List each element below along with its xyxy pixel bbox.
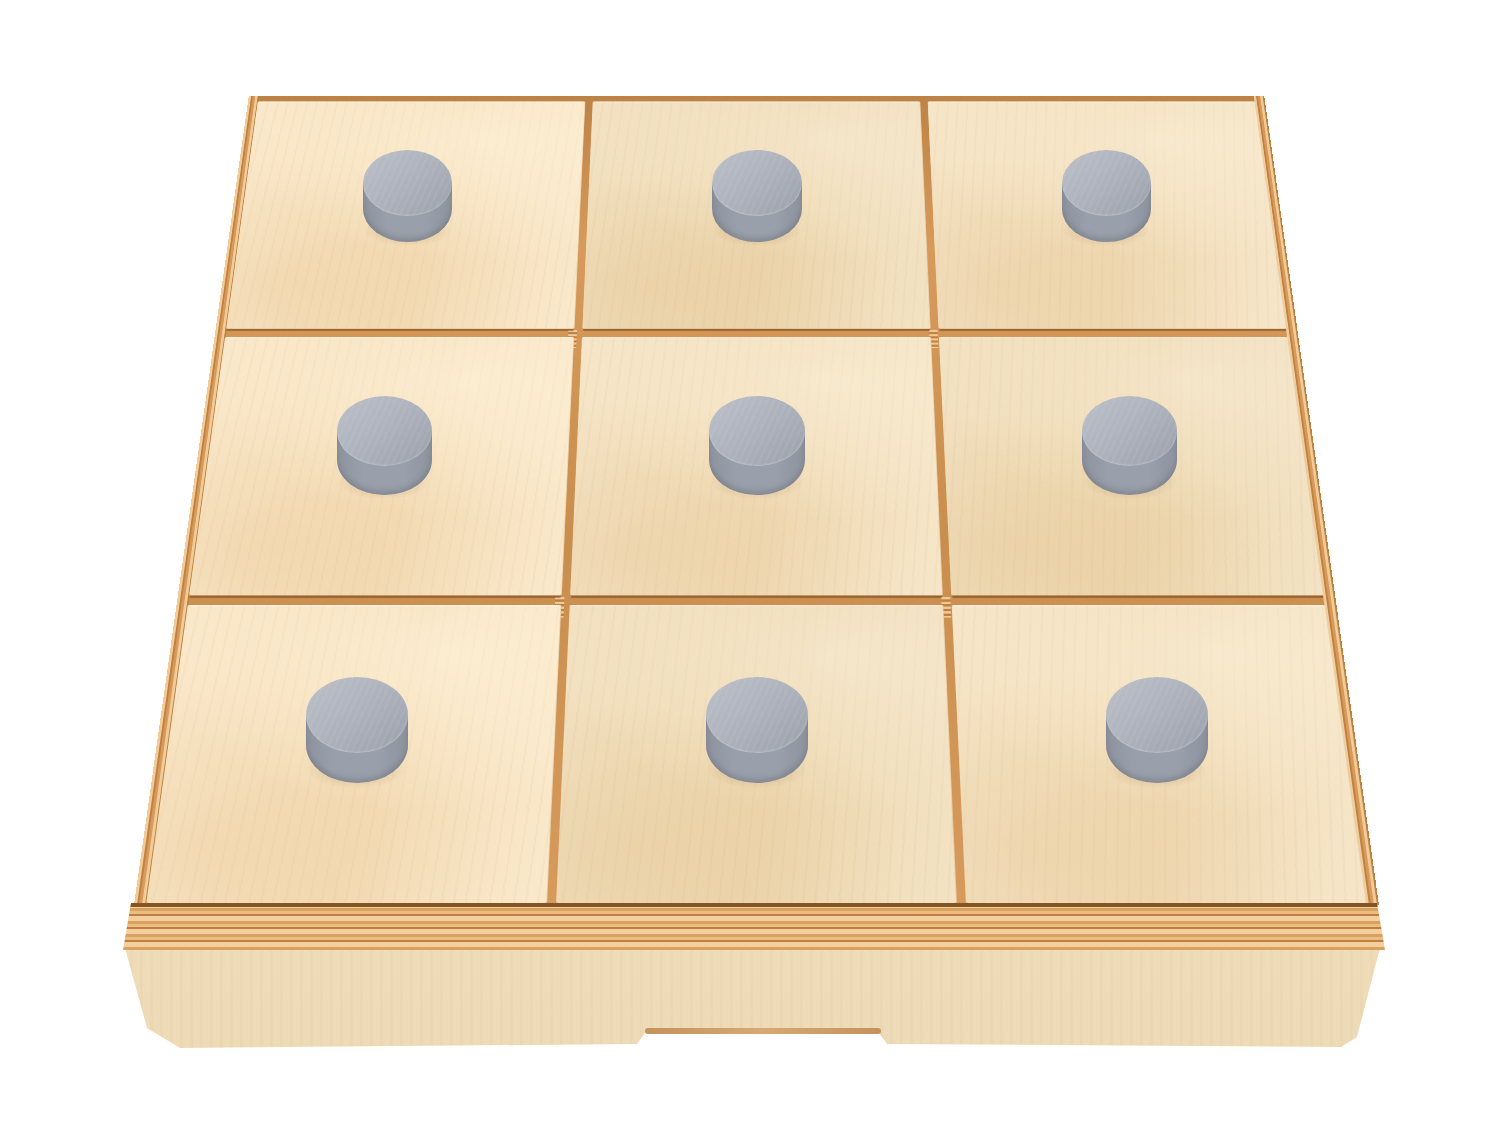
knob-cylinder-top [1062,150,1151,216]
knob-cylinder-top [709,396,804,466]
drawer-knob-r3c2[interactable] [706,677,808,783]
drawer-knob-r2c3[interactable] [1082,396,1177,495]
knob-cylinder-top [1082,396,1177,466]
front-plywood-edge-band [118,903,1388,950]
drawer-knob-r1c1[interactable] [363,150,452,243]
product-photo-scene [0,0,1500,1140]
drawer-knob-r2c1[interactable] [337,396,432,495]
knob-cylinder-top [1106,677,1208,752]
knob-cylinder-top [337,396,432,466]
knob-cylinder-top [306,677,408,752]
knob-cylinder-top [706,677,808,752]
finger-notch [645,1028,881,1034]
knob-cylinder-top [363,150,452,216]
drawer-knob-r1c3[interactable] [1062,150,1151,243]
drawer-knob-r1c2[interactable] [712,150,801,243]
knob-cylinder-top [712,150,801,216]
drawer-knob-r2c2[interactable] [709,396,804,495]
drawer-knob-r3c3[interactable] [1106,677,1208,783]
drawer-knob-r3c1[interactable] [306,677,408,783]
